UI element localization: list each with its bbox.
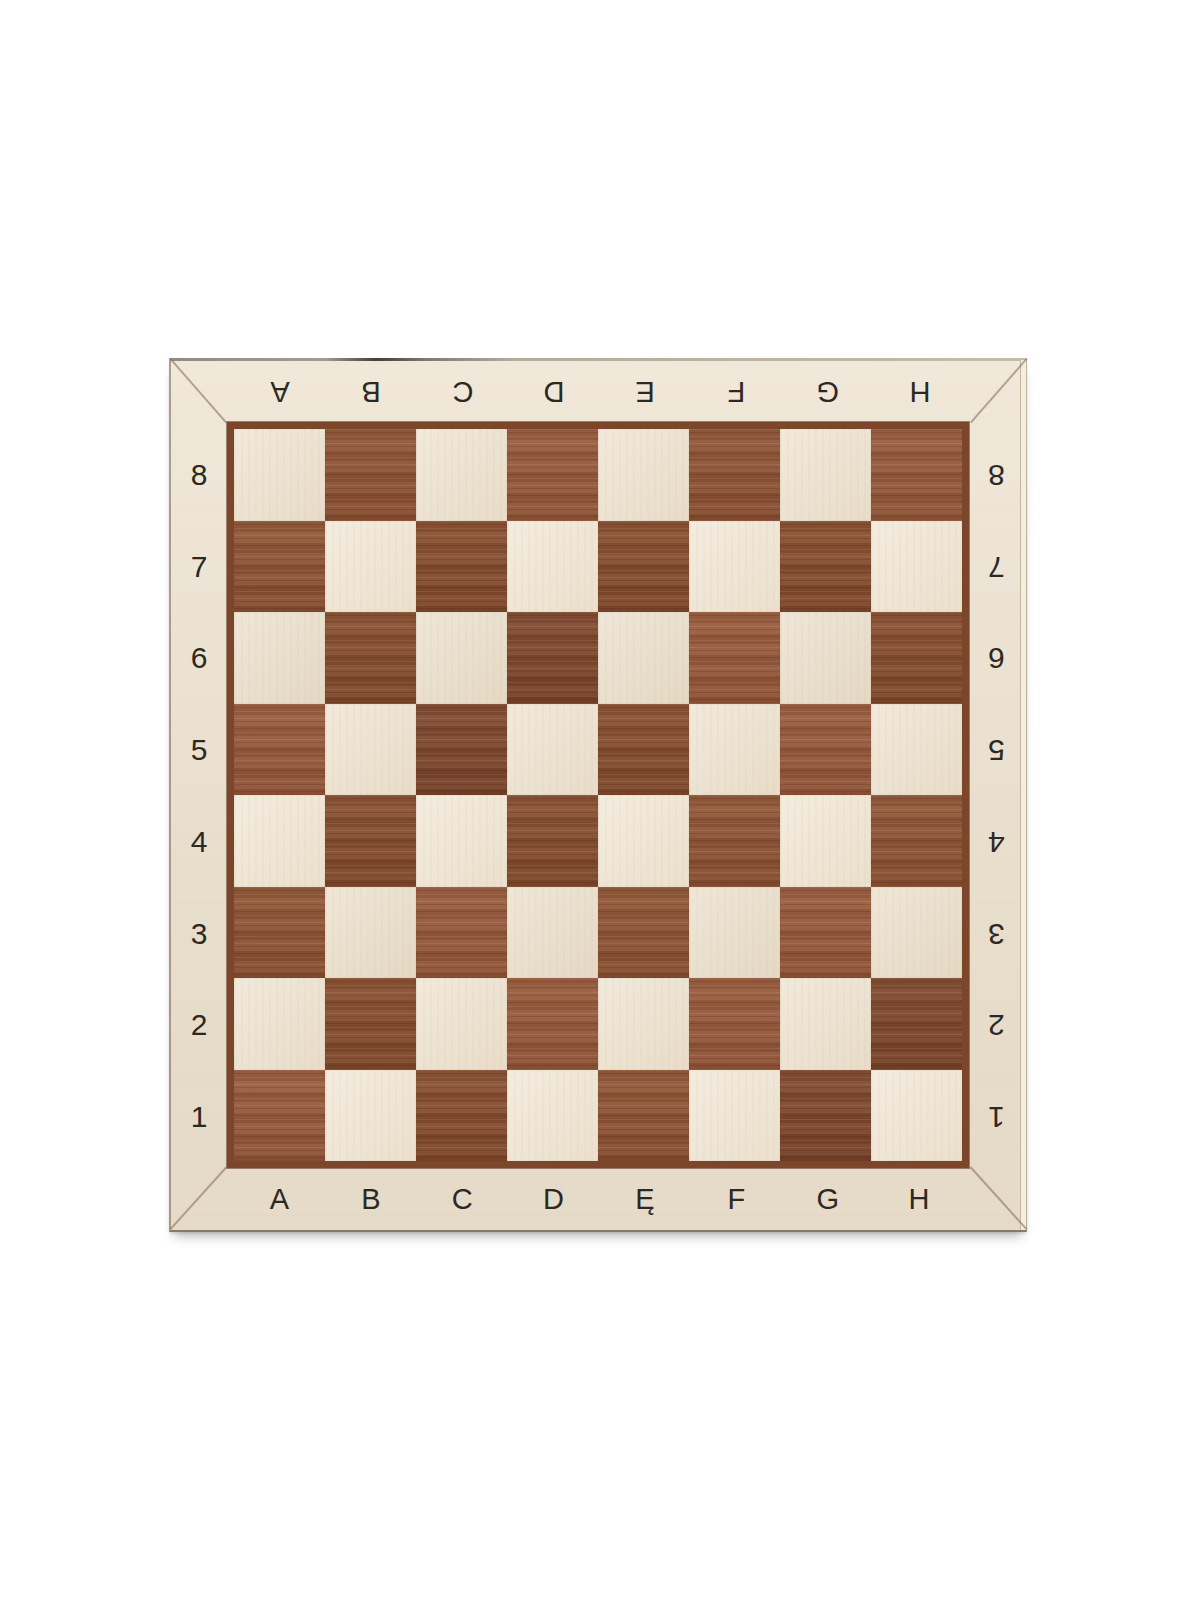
square-h8[interactable] (871, 429, 962, 521)
square-d3[interactable] (507, 887, 598, 979)
rank-left-label-7: 2 (191, 1010, 208, 1040)
square-h6[interactable] (871, 612, 962, 704)
rank-right-label-5: 4 (988, 827, 1005, 857)
square-b1[interactable] (325, 1070, 416, 1162)
square-e5[interactable] (598, 704, 689, 796)
square-g5[interactable] (780, 704, 871, 796)
rank-left-label-3: 6 (191, 643, 208, 673)
rank-right-label-4: 5 (988, 735, 1005, 765)
square-g1[interactable] (780, 1070, 871, 1162)
square-b7[interactable] (325, 521, 416, 613)
square-f7[interactable] (689, 521, 780, 613)
chessboard: ABCDEFGH ABCDĘFGH 87654321 87654321 (169, 358, 1027, 1232)
square-h3[interactable] (871, 887, 962, 979)
miter-seam-bottom-left (170, 1166, 228, 1230)
square-f3[interactable] (689, 887, 780, 979)
square-c1[interactable] (416, 1070, 507, 1162)
square-f2[interactable] (689, 978, 780, 1070)
square-b2[interactable] (325, 978, 416, 1070)
file-bottom-label-2: B (361, 1185, 381, 1214)
rank-left-label-1: 8 (191, 460, 208, 490)
square-f8[interactable] (689, 429, 780, 521)
rank-left-label-4: 5 (191, 735, 208, 765)
square-a7[interactable] (234, 521, 325, 613)
square-b4[interactable] (325, 795, 416, 887)
rank-left-label-6: 3 (191, 919, 208, 949)
file-top-label-6: F (727, 377, 745, 406)
square-a2[interactable] (234, 978, 325, 1070)
file-top-label-5: E (635, 377, 655, 406)
square-a8[interactable] (234, 429, 325, 521)
square-a4[interactable] (234, 795, 325, 887)
file-bottom-label-5: Ę (635, 1185, 655, 1214)
square-b5[interactable] (325, 704, 416, 796)
square-g7[interactable] (780, 521, 871, 613)
square-c5[interactable] (416, 704, 507, 796)
square-a3[interactable] (234, 887, 325, 979)
rank-right-label-8: 1 (988, 1102, 1005, 1132)
miter-seam-top-right (970, 358, 1027, 423)
square-e1[interactable] (598, 1070, 689, 1162)
square-h5[interactable] (871, 704, 962, 796)
square-a1[interactable] (234, 1070, 325, 1162)
page-background: ABCDEFGH ABCDĘFGH 87654321 87654321 (0, 0, 1200, 1600)
file-top-label-1: A (270, 377, 290, 406)
file-bottom-label-4: D (543, 1185, 564, 1214)
miter-seam-bottom-right (970, 1166, 1028, 1230)
playing-field (227, 422, 969, 1168)
rank-labels-right: 87654321 (968, 429, 1025, 1163)
file-labels-top: ABCDEFGH (234, 359, 965, 423)
rank-labels-left: 87654321 (171, 429, 227, 1163)
file-top-label-2: B (361, 377, 381, 406)
square-e6[interactable] (598, 612, 689, 704)
rank-right-label-3: 6 (988, 643, 1005, 673)
square-e2[interactable] (598, 978, 689, 1070)
square-h4[interactable] (871, 795, 962, 887)
square-g8[interactable] (780, 429, 871, 521)
square-c6[interactable] (416, 612, 507, 704)
square-f6[interactable] (689, 612, 780, 704)
square-g2[interactable] (780, 978, 871, 1070)
square-g6[interactable] (780, 612, 871, 704)
square-d5[interactable] (507, 704, 598, 796)
square-c3[interactable] (416, 887, 507, 979)
square-g4[interactable] (780, 795, 871, 887)
square-e8[interactable] (598, 429, 689, 521)
square-d8[interactable] (507, 429, 598, 521)
rank-right-label-2: 7 (988, 552, 1005, 582)
square-c8[interactable] (416, 429, 507, 521)
rank-right-label-1: 8 (988, 460, 1005, 490)
file-bottom-label-6: F (727, 1185, 745, 1214)
square-f5[interactable] (689, 704, 780, 796)
square-d4[interactable] (507, 795, 598, 887)
file-bottom-label-7: G (816, 1185, 839, 1214)
file-top-label-3: C (452, 377, 473, 406)
squares-grid (234, 429, 962, 1161)
file-top-label-4: D (543, 377, 564, 406)
square-c7[interactable] (416, 521, 507, 613)
square-h7[interactable] (871, 521, 962, 613)
square-e7[interactable] (598, 521, 689, 613)
rank-left-label-8: 1 (191, 1102, 208, 1132)
square-f1[interactable] (689, 1070, 780, 1162)
square-d6[interactable] (507, 612, 598, 704)
square-g3[interactable] (780, 887, 871, 979)
square-b3[interactable] (325, 887, 416, 979)
file-bottom-label-3: C (452, 1185, 473, 1214)
rank-right-label-7: 2 (988, 1010, 1005, 1040)
file-top-label-7: G (816, 377, 839, 406)
square-d7[interactable] (507, 521, 598, 613)
square-h2[interactable] (871, 978, 962, 1070)
file-bottom-label-8: H (909, 1185, 930, 1214)
rank-left-label-5: 4 (191, 827, 208, 857)
square-e4[interactable] (598, 795, 689, 887)
square-h1[interactable] (871, 1070, 962, 1162)
square-c2[interactable] (416, 978, 507, 1070)
square-d2[interactable] (507, 978, 598, 1070)
square-b8[interactable] (325, 429, 416, 521)
file-top-label-8: H (909, 377, 930, 406)
square-d1[interactable] (507, 1070, 598, 1162)
square-a5[interactable] (234, 704, 325, 796)
square-e3[interactable] (598, 887, 689, 979)
rank-right-label-6: 3 (988, 919, 1005, 949)
rank-left-label-2: 7 (191, 552, 208, 582)
square-f4[interactable] (689, 795, 780, 887)
square-c4[interactable] (416, 795, 507, 887)
square-a6[interactable] (234, 612, 325, 704)
square-b6[interactable] (325, 612, 416, 704)
file-labels-bottom: ABCDĘFGH (234, 1168, 965, 1230)
miter-seam-top-left (169, 358, 226, 423)
file-bottom-label-1: A (270, 1185, 290, 1214)
